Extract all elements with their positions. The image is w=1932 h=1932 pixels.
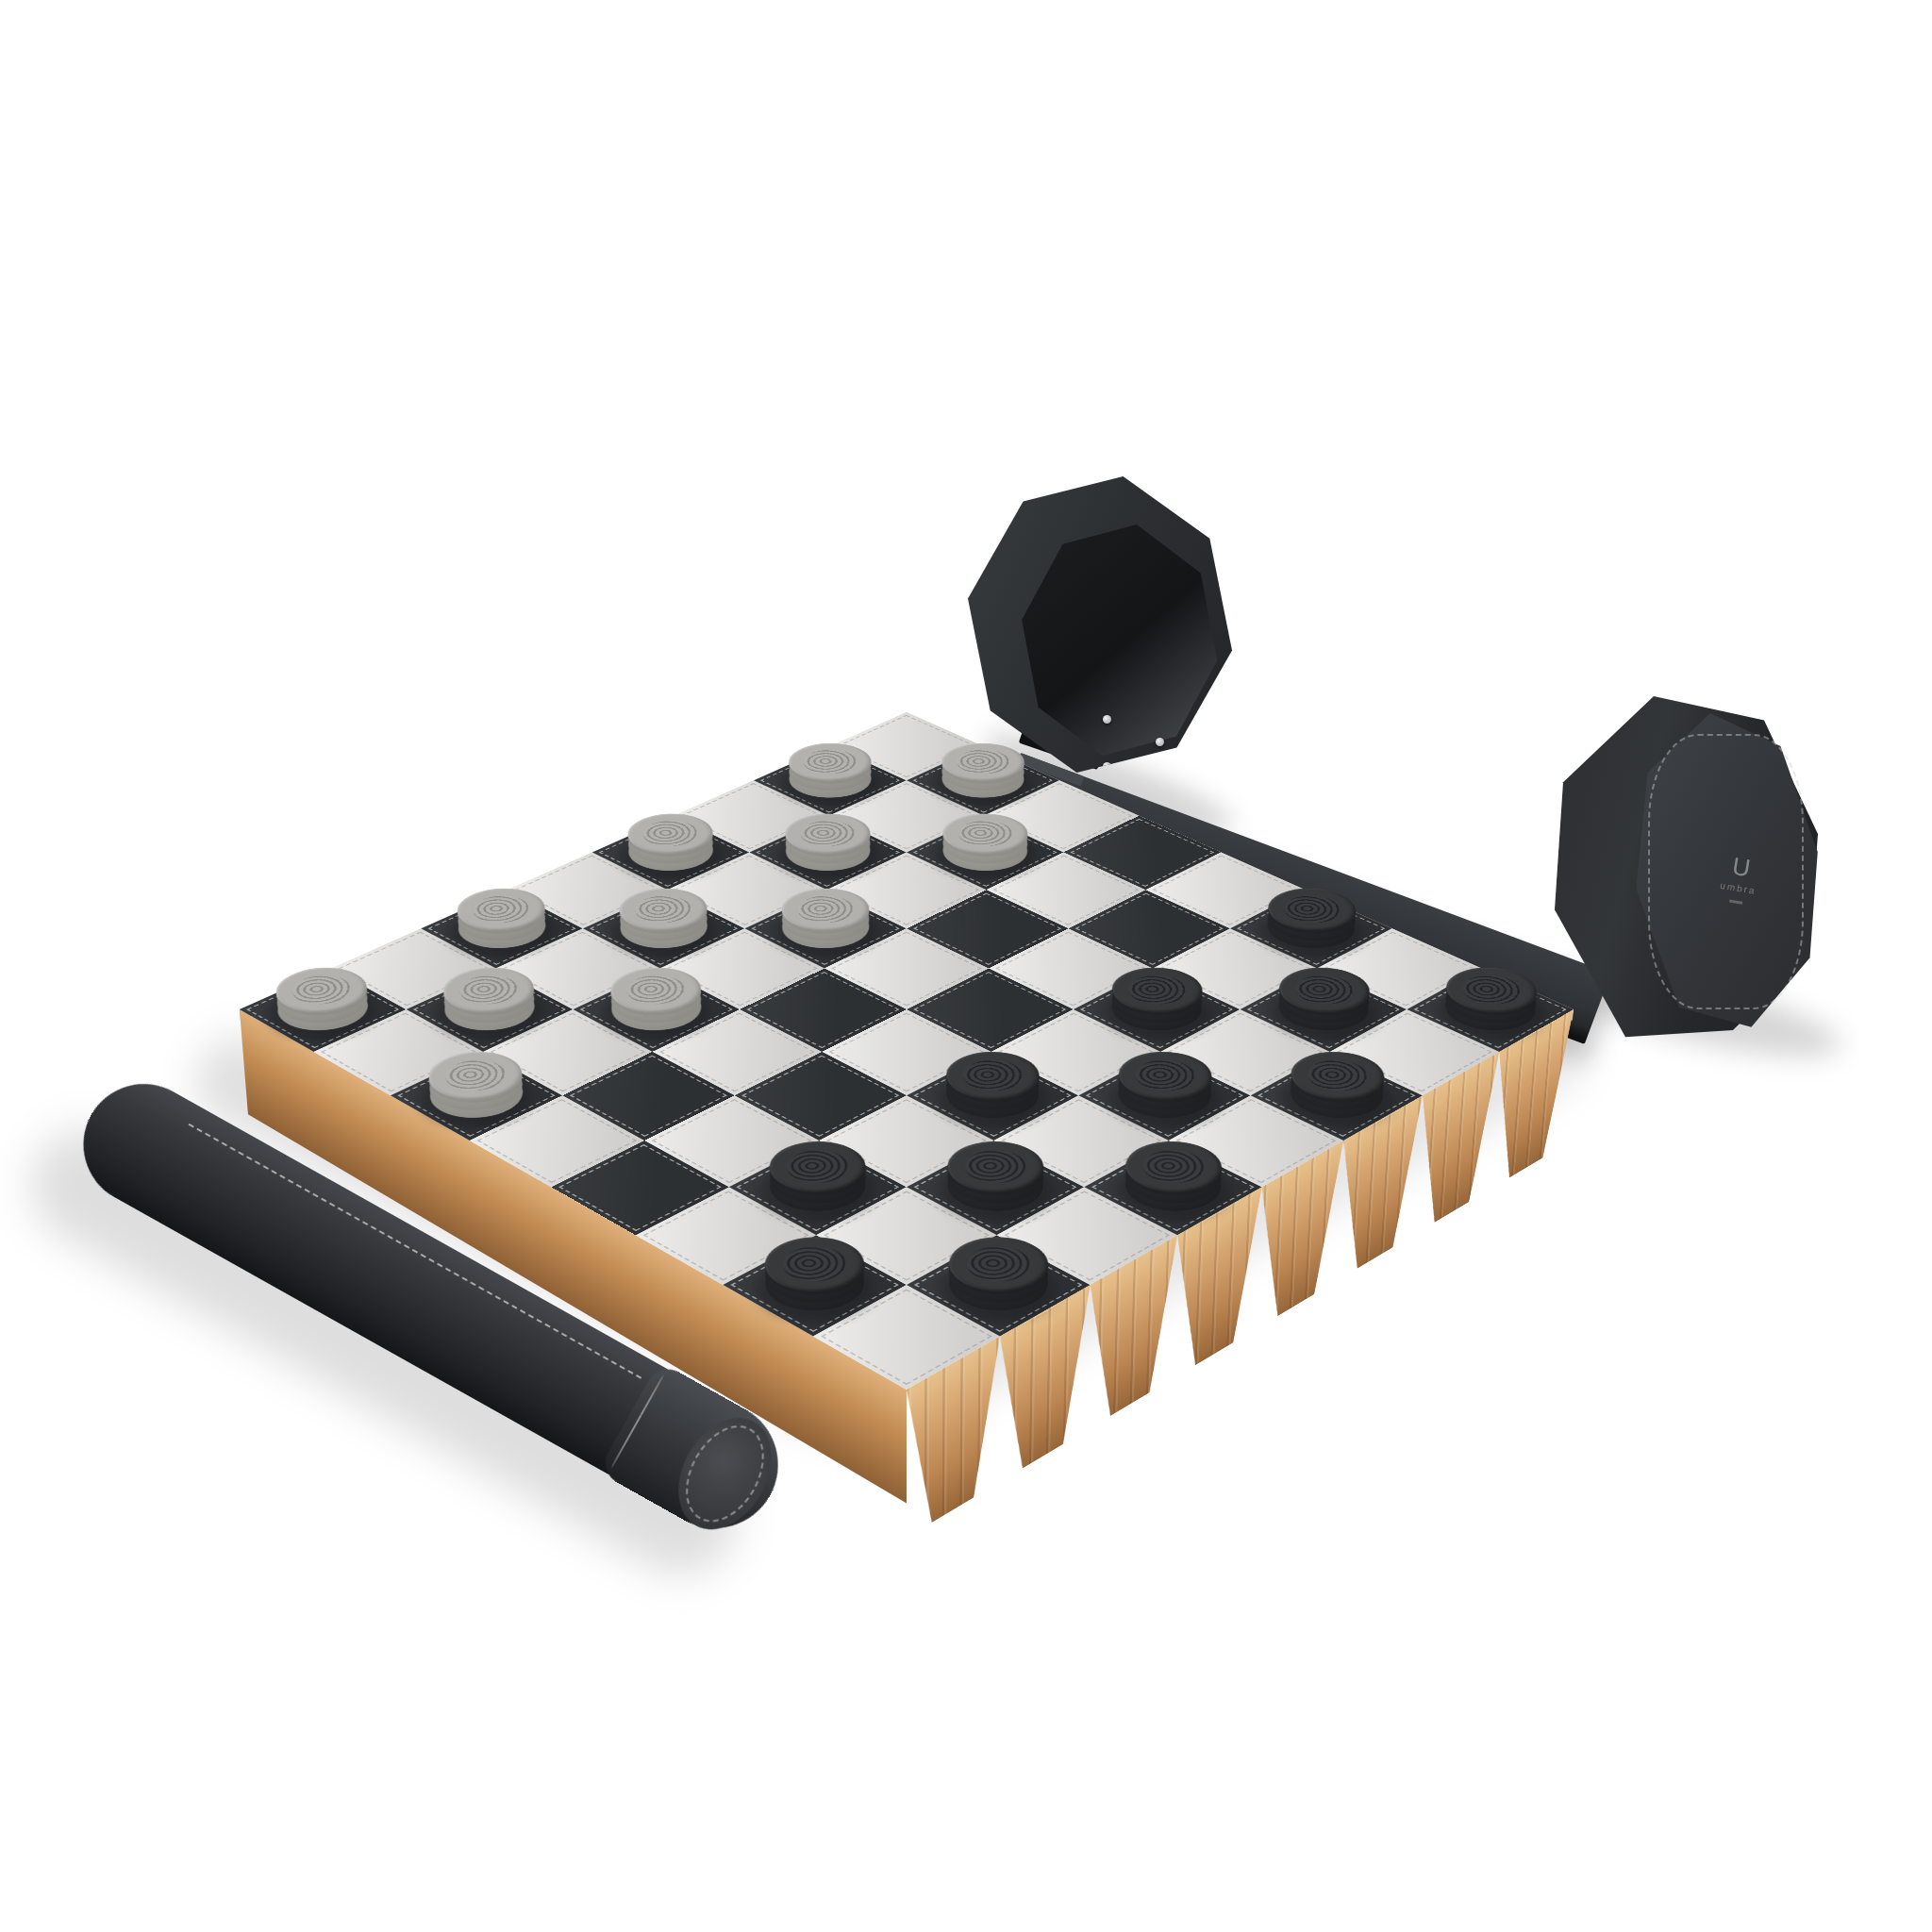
ring-opening bbox=[1016, 518, 1223, 762]
product-scene: U umbra bbox=[0, 0, 1932, 1932]
stand-cap-octagon: U umbra bbox=[1541, 696, 1824, 1041]
rivet-icon bbox=[1156, 738, 1164, 746]
checker-black[interactable] bbox=[1260, 978, 1387, 1041]
tube-cap-stitch bbox=[610, 1374, 665, 1469]
checker-black[interactable] bbox=[1250, 899, 1373, 958]
